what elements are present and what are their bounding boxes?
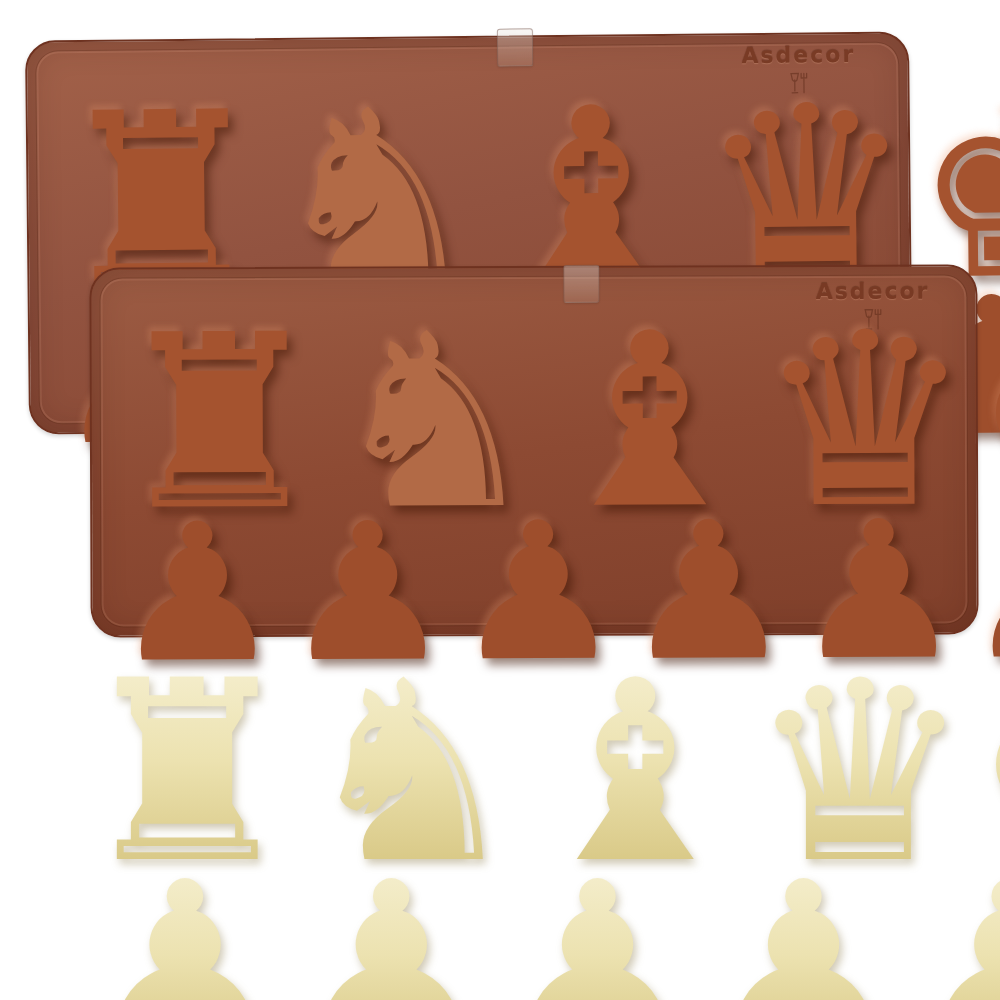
white-chocolate-pawn-piece: ♟ xyxy=(907,852,1000,1000)
mold-tray-front: Asdecor ♜♞♝♛♚♝♞♜ ♟♟♟♟♟♟♟♟ xyxy=(89,264,978,637)
white-chocolate-pawn-piece: ♟ xyxy=(494,852,700,1000)
chocolate-piece-cell: ♟ xyxy=(82,852,288,1000)
mold-cavity-cell: ♞ xyxy=(327,302,543,504)
chocolate-piece-cell: ♝ xyxy=(523,648,747,858)
mold-cavity-cell: ♚ xyxy=(972,300,1000,502)
mold-back-pieces-row: ♜♞♝♛♚♝♞♜ xyxy=(52,74,894,273)
product-photo: Asdecor ♜♞♝♛♚♝♞♜ ♟♟♟♟♟♟♟♟ Asdecor xyxy=(0,0,1000,1000)
white-chocolate-pawn-piece: ♟ xyxy=(288,852,494,1000)
mold-cavity-cell: ♞ xyxy=(268,78,485,282)
white-chocolate-pawn-piece: ♟ xyxy=(701,852,907,1000)
chocolate-piece-cell: ♟ xyxy=(907,852,1000,1000)
mold-front-pawns-row: ♟♟♟♟♟♟♟♟ xyxy=(112,497,957,610)
chocolate-piece-cell: ♟ xyxy=(701,852,907,1000)
white-chocolate-pawn-piece: ♟ xyxy=(82,852,288,1000)
mold-cavity-cell: ♚ xyxy=(913,71,1000,275)
chocolate-piece-cell: ♜ xyxy=(75,648,299,858)
chocolate-piece-cell: ♚ xyxy=(972,648,1000,858)
mold-cavity-cell: ♛ xyxy=(698,73,915,277)
mold-cavity-cell: ♛ xyxy=(757,300,973,502)
chocolate-piece-cell: ♟ xyxy=(288,852,494,1000)
mold-cavity-cell: ♜ xyxy=(52,80,269,284)
chocolate-pieces-row: ♜♞♝♛♚♝♞♜ xyxy=(75,648,920,848)
mold-cavity-cell: ♝ xyxy=(542,301,758,503)
mold-cavity-cell: ♜ xyxy=(111,303,327,505)
chocolate-pawns-row: ♟♟♟♟♟♟♟♟ xyxy=(82,852,922,984)
chocolate-piece-cell: ♛ xyxy=(747,648,971,858)
chocolate-piece-cell: ♞ xyxy=(299,648,523,858)
chocolate-piece-cell: ♟ xyxy=(494,852,700,1000)
mold-front-pieces-row: ♜♞♝♛♚♝♞♜ xyxy=(111,301,957,504)
mold-cavity-cell: ♝ xyxy=(483,76,700,280)
